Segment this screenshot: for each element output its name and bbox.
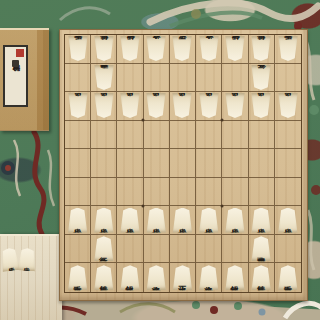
piece-sente-pawn[interactable]: 歩兵 — [120, 208, 140, 233]
square-2e[interactable] — [249, 149, 275, 178]
piece-sente-pawn[interactable]: 歩兵 — [172, 208, 192, 233]
piece-gote-king[interactable]: 玉将 — [172, 36, 192, 61]
square-6i[interactable]: 金将 — [144, 263, 170, 292]
square-1d[interactable] — [275, 121, 301, 150]
square-2h[interactable]: 飛車 — [249, 235, 275, 264]
piece-sente-pawn[interactable]: 歩兵 — [251, 208, 271, 233]
square-4a[interactable]: 金将 — [196, 35, 222, 64]
piece-gote-pawn[interactable]: 歩兵 — [251, 93, 271, 118]
square-8d[interactable] — [91, 121, 117, 150]
star-point — [220, 118, 223, 121]
square-2c[interactable]: 歩兵 — [249, 92, 275, 121]
square-8f[interactable] — [91, 178, 117, 207]
shogi-piece-box: 将棋駒 — [0, 28, 49, 131]
square-7d[interactable] — [117, 121, 143, 150]
square-8b[interactable]: 飛車 — [91, 64, 117, 93]
board-grid: 香車桂馬銀将金将玉将金将銀将桂馬香車飛車角行歩兵歩兵歩兵歩兵歩兵歩兵歩兵歩兵歩兵… — [64, 34, 302, 293]
square-7c[interactable]: 歩兵 — [117, 92, 143, 121]
square-2f[interactable] — [249, 178, 275, 207]
piece-sente-silver[interactable]: 銀将 — [225, 265, 245, 290]
piece-sente-gold[interactable]: 金将 — [199, 265, 219, 290]
square-9h[interactable] — [65, 235, 91, 264]
square-9g[interactable]: 歩兵 — [65, 206, 91, 235]
square-3g[interactable]: 歩兵 — [222, 206, 248, 235]
piece-sente-silver[interactable]: 銀将 — [120, 265, 140, 290]
square-6h[interactable] — [144, 235, 170, 264]
square-4c[interactable]: 歩兵 — [196, 92, 222, 121]
square-3c[interactable]: 歩兵 — [222, 92, 248, 121]
piece-gote-pawn[interactable]: 歩兵 — [146, 93, 166, 118]
square-3i[interactable]: 銀将 — [222, 263, 248, 292]
piece-gote-rook[interactable]: 飛車 — [94, 65, 114, 90]
square-6d[interactable] — [144, 121, 170, 150]
piece-gote-pawn[interactable]: 歩兵 — [172, 93, 192, 118]
red-seal-stamp — [16, 49, 24, 57]
shogi-board: 香車桂馬銀将金将玉将金将銀将桂馬香車飛車角行歩兵歩兵歩兵歩兵歩兵歩兵歩兵歩兵歩兵… — [59, 29, 308, 301]
piece-gote-pawn[interactable]: 歩兵 — [199, 93, 219, 118]
piece-gote-pawn[interactable]: 歩兵 — [120, 93, 140, 118]
piece-gote-knight[interactable]: 桂馬 — [94, 36, 114, 61]
piece-sente-rook[interactable]: 飛車 — [251, 236, 271, 261]
square-7g[interactable]: 歩兵 — [117, 206, 143, 235]
square-3h[interactable] — [222, 235, 248, 264]
square-7b[interactable] — [117, 64, 143, 93]
piece-sente-pawn[interactable]: 歩兵 — [94, 208, 114, 233]
piece-sente-gold[interactable]: 金将 — [146, 265, 166, 290]
square-8e[interactable] — [91, 149, 117, 178]
square-6a[interactable]: 金将 — [144, 35, 170, 64]
piece-gote-pawn[interactable]: 歩兵 — [94, 93, 114, 118]
dark-seal-stamp — [12, 60, 19, 67]
piece-gote-silver[interactable]: 銀将 — [120, 36, 140, 61]
square-9d[interactable] — [65, 121, 91, 150]
square-9c[interactable]: 歩兵 — [65, 92, 91, 121]
square-8c[interactable]: 歩兵 — [91, 92, 117, 121]
square-1i[interactable]: 香車 — [275, 263, 301, 292]
square-7h[interactable] — [117, 235, 143, 264]
square-4g[interactable]: 歩兵 — [196, 206, 222, 235]
piece-sente-knight[interactable]: 桂馬 — [251, 265, 271, 290]
piece-gote-lance[interactable]: 香車 — [68, 36, 88, 61]
square-2a[interactable]: 桂馬 — [249, 35, 275, 64]
square-6b[interactable] — [144, 64, 170, 93]
square-1a[interactable]: 香車 — [275, 35, 301, 64]
square-6c[interactable]: 歩兵 — [144, 92, 170, 121]
square-5i[interactable]: 王将 — [170, 263, 196, 292]
square-8h[interactable]: 角行 — [91, 235, 117, 264]
piece-gote-gold[interactable]: 金将 — [146, 36, 166, 61]
piece-box-lid: 歩兵歩兵 — [0, 234, 62, 320]
piece-box-label: 将棋駒 — [3, 45, 28, 107]
square-7a[interactable]: 銀将 — [117, 35, 143, 64]
square-9a[interactable]: 香車 — [65, 35, 91, 64]
square-2g[interactable]: 歩兵 — [249, 206, 275, 235]
square-4i[interactable]: 金将 — [196, 263, 222, 292]
square-5g[interactable]: 歩兵 — [170, 206, 196, 235]
square-5h[interactable] — [170, 235, 196, 264]
square-8g[interactable]: 歩兵 — [91, 206, 117, 235]
square-7i[interactable]: 銀将 — [117, 263, 143, 292]
piece-sente-bishop[interactable]: 角行 — [94, 236, 114, 261]
star-point — [141, 118, 144, 121]
square-5e[interactable] — [170, 149, 196, 178]
piece-sente-knight[interactable]: 桂馬 — [94, 265, 114, 290]
star-point — [220, 204, 223, 207]
square-8i[interactable]: 桂馬 — [91, 263, 117, 292]
star-point — [141, 204, 144, 207]
piece-kanji: 歩兵 — [6, 260, 13, 261]
piece-gote-pawn[interactable]: 歩兵 — [68, 93, 88, 118]
square-6g[interactable]: 歩兵 — [144, 206, 170, 235]
square-5c[interactable]: 歩兵 — [170, 92, 196, 121]
piece-gote-bishop[interactable]: 角行 — [251, 65, 271, 90]
square-4f[interactable] — [196, 178, 222, 207]
square-3f[interactable] — [222, 178, 248, 207]
square-7f[interactable] — [117, 178, 143, 207]
photo-scene: 将棋駒 歩兵歩兵 香車桂馬銀将金将玉将金将銀将桂馬香車飛車角行歩兵歩兵歩兵歩兵歩… — [0, 0, 320, 320]
square-2d[interactable] — [249, 121, 275, 150]
square-6e[interactable] — [144, 149, 170, 178]
square-3a[interactable]: 銀将 — [222, 35, 248, 64]
piece-gote-lance[interactable]: 香車 — [278, 36, 298, 61]
piece-sente-pawn[interactable]: 歩兵 — [146, 208, 166, 233]
piece-gote-pawn[interactable]: 歩兵 — [278, 93, 298, 118]
square-7e[interactable] — [117, 149, 143, 178]
piece-sente-pawn[interactable]: 歩兵 — [225, 208, 245, 233]
square-3d[interactable] — [222, 121, 248, 150]
square-4e[interactable] — [196, 149, 222, 178]
square-9f[interactable] — [65, 178, 91, 207]
square-5b[interactable] — [170, 64, 196, 93]
square-5f[interactable] — [170, 178, 196, 207]
square-1f[interactable] — [275, 178, 301, 207]
square-6f[interactable] — [144, 178, 170, 207]
square-4h[interactable] — [196, 235, 222, 264]
square-8a[interactable]: 桂馬 — [91, 35, 117, 64]
piece-gote-knight[interactable]: 桂馬 — [251, 36, 271, 61]
piece-gote-gold[interactable]: 金将 — [199, 36, 219, 61]
square-1b[interactable] — [275, 64, 301, 93]
spare-piece-pawn[interactable]: 歩兵 — [17, 247, 37, 271]
square-4b[interactable] — [196, 64, 222, 93]
piece-gote-pawn[interactable]: 歩兵 — [225, 93, 245, 118]
piece-sente-pawn[interactable]: 歩兵 — [199, 208, 219, 233]
piece-sente-pawn[interactable]: 歩兵 — [278, 208, 298, 233]
square-1e[interactable] — [275, 149, 301, 178]
piece-sente-pawn[interactable]: 歩兵 — [68, 208, 88, 233]
square-2i[interactable]: 桂馬 — [249, 263, 275, 292]
square-9i[interactable]: 香車 — [65, 263, 91, 292]
piece-kanji: 歩兵 — [23, 260, 30, 261]
square-3b[interactable] — [222, 64, 248, 93]
piece-sente-lance[interactable]: 香車 — [68, 265, 88, 290]
square-4d[interactable] — [196, 121, 222, 150]
square-1h[interactable] — [275, 235, 301, 264]
piece-gote-silver[interactable]: 銀将 — [225, 36, 245, 61]
piece-sente-king[interactable]: 王将 — [172, 265, 192, 290]
square-5a[interactable]: 玉将 — [170, 35, 196, 64]
square-9b[interactable] — [65, 64, 91, 93]
piece-sente-lance[interactable]: 香車 — [278, 265, 298, 290]
square-2b[interactable]: 角行 — [249, 64, 275, 93]
square-1g[interactable]: 歩兵 — [275, 206, 301, 235]
square-3e[interactable] — [222, 149, 248, 178]
square-9e[interactable] — [65, 149, 91, 178]
square-1c[interactable]: 歩兵 — [275, 92, 301, 121]
square-5d[interactable] — [170, 121, 196, 150]
